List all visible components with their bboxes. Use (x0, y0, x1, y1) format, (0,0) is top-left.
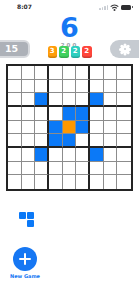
board-cell[interactable] (63, 121, 77, 135)
gear-icon (119, 43, 131, 55)
board-cell[interactable] (8, 162, 22, 176)
combo-badge: 2 (82, 46, 92, 58)
board-cell[interactable] (104, 175, 118, 189)
board-cell[interactable] (90, 162, 104, 176)
board-cell[interactable] (49, 134, 63, 148)
board-cell[interactable] (76, 93, 90, 107)
board-cell[interactable] (22, 107, 36, 121)
board-cell[interactable] (117, 134, 131, 148)
combo-badge: 2 (71, 46, 81, 58)
clock: 8:07 (17, 3, 32, 10)
cellular-signal-icon (99, 5, 108, 10)
board-cell[interactable] (117, 107, 131, 121)
battery-icon (121, 5, 131, 10)
new-game-label[interactable]: New Game (10, 273, 40, 279)
piece-preview[interactable] (19, 212, 34, 227)
board-cell[interactable] (90, 175, 104, 189)
board-cell[interactable] (104, 93, 118, 107)
board-cell[interactable] (90, 66, 104, 80)
board-cell[interactable] (117, 80, 131, 94)
board-cell[interactable] (76, 162, 90, 176)
board-cell[interactable] (8, 134, 22, 148)
board-cell[interactable] (76, 134, 90, 148)
board-cell[interactable] (35, 175, 49, 189)
combo-badge: 3 (48, 46, 58, 58)
board-cell[interactable] (117, 162, 131, 176)
wifi-icon (110, 4, 119, 11)
board-cell[interactable] (22, 80, 36, 94)
board-cell[interactable] (49, 80, 63, 94)
app-screen: 8:07 6 200 3222 15 New Game (0, 0, 139, 300)
board-cell[interactable] (90, 93, 104, 107)
board (6, 64, 133, 191)
current-score: 6 (0, 14, 139, 41)
board-cell[interactable] (104, 162, 118, 176)
board-cell[interactable] (8, 175, 22, 189)
board-cell[interactable] (63, 134, 77, 148)
combo-badge: 2 (59, 46, 69, 58)
piece-empty (19, 220, 26, 227)
board-cell[interactable] (8, 80, 22, 94)
board-cell[interactable] (35, 80, 49, 94)
board-cell[interactable] (63, 93, 77, 107)
board-cell[interactable] (49, 121, 63, 135)
board-cell[interactable] (49, 175, 63, 189)
settings-button[interactable] (110, 40, 139, 58)
board-cell[interactable] (90, 121, 104, 135)
board-cell[interactable] (76, 80, 90, 94)
board-cell[interactable] (63, 80, 77, 94)
board-cell[interactable] (22, 175, 36, 189)
piece-block (27, 220, 34, 227)
board-cell[interactable] (63, 66, 77, 80)
board-cell[interactable] (22, 162, 36, 176)
status-icons (99, 4, 131, 11)
board-cell[interactable] (8, 148, 22, 162)
board-cell[interactable] (35, 93, 49, 107)
piece-block (27, 212, 34, 219)
board-cell[interactable] (117, 148, 131, 162)
board-cell[interactable] (49, 66, 63, 80)
board-cell[interactable] (35, 107, 49, 121)
board-cell[interactable] (117, 121, 131, 135)
board-cell[interactable] (49, 93, 63, 107)
board-cell[interactable] (35, 148, 49, 162)
piece-block (19, 212, 26, 219)
board-cell[interactable] (49, 162, 63, 176)
board-cell[interactable] (22, 66, 36, 80)
board-cell[interactable] (22, 134, 36, 148)
board-cell[interactable] (76, 121, 90, 135)
board-cell[interactable] (49, 148, 63, 162)
board-cell[interactable] (63, 162, 77, 176)
board-cell[interactable] (76, 66, 90, 80)
board-cell[interactable] (22, 148, 36, 162)
board-cell[interactable] (22, 93, 36, 107)
board-cell[interactable] (63, 175, 77, 189)
board-cell[interactable] (63, 107, 77, 121)
board-cell[interactable] (117, 66, 131, 80)
board-cell[interactable] (90, 134, 104, 148)
board-cell[interactable] (8, 93, 22, 107)
board-cell[interactable] (90, 148, 104, 162)
board-cell[interactable] (76, 148, 90, 162)
board-cell[interactable] (90, 107, 104, 121)
level-badge[interactable]: 15 (0, 40, 30, 58)
board-cell[interactable] (35, 134, 49, 148)
new-game-button[interactable] (13, 247, 37, 271)
board-cell[interactable] (76, 175, 90, 189)
board-cell[interactable] (35, 162, 49, 176)
board-cell[interactable] (104, 107, 118, 121)
board-cell[interactable] (8, 107, 22, 121)
board-cell[interactable] (104, 148, 118, 162)
board-cell[interactable] (104, 66, 118, 80)
board-cell[interactable] (35, 121, 49, 135)
board-cell[interactable] (76, 107, 90, 121)
board-cell[interactable] (117, 175, 131, 189)
plus-icon (19, 253, 31, 265)
board-cell[interactable] (104, 80, 118, 94)
board-cell[interactable] (35, 66, 49, 80)
board-cell[interactable] (117, 93, 131, 107)
board-cell[interactable] (22, 121, 36, 135)
board-cell[interactable] (90, 80, 104, 94)
board-cell[interactable] (49, 107, 63, 121)
board-cell[interactable] (104, 121, 118, 135)
board-cell[interactable] (8, 121, 22, 135)
board-cell[interactable] (63, 148, 77, 162)
board-cell[interactable] (104, 134, 118, 148)
board-cell[interactable] (8, 66, 22, 80)
